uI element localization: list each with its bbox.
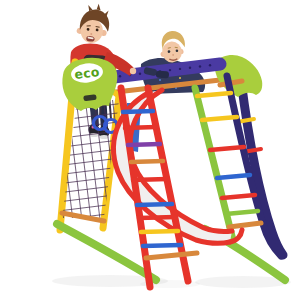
ladder-rung [226,211,258,214]
ladder-rung [202,117,237,120]
ladder-rung [133,179,167,180]
ladder-rung [143,245,181,246]
hair-strand [97,4,102,11]
climbing-frame-illustration: eco [0,0,293,293]
ladder-rung [128,144,160,145]
ladder-rung [131,161,163,162]
ladder-rung [123,111,153,112]
product-photo: eco [0,0,293,293]
child-left-hand [130,68,136,74]
jacket-speck [159,79,161,81]
jacket-speck [179,77,181,79]
wooden-rung [146,253,197,258]
floor-shadows [52,275,291,288]
eyebrow [175,47,178,48]
ladder-rung [197,93,231,96]
ladder-rung [141,231,178,232]
eyebrow [96,27,100,28]
wooden-rung [229,223,261,227]
ladder-rung [210,147,244,150]
child-right-arm [156,71,169,79]
right-ladder-green-rail [195,88,233,240]
ladder-rung [139,217,175,218]
eyebrow [168,48,171,49]
eco-badge: eco [62,58,117,111]
ladder-rung [217,175,250,178]
eco-label: eco [73,64,100,82]
ladder-rung [125,127,156,128]
child-left-head [75,1,113,46]
ladder-rung [137,204,172,205]
ladder-rung [222,195,255,198]
